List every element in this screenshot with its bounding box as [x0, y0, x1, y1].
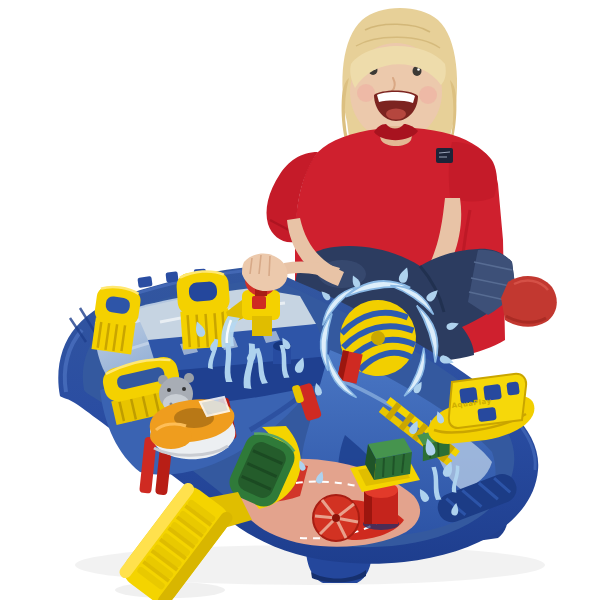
green-container-on-platform	[365, 438, 412, 480]
product-photo: AquaPlay	[0, 0, 600, 600]
water-turbine	[313, 495, 359, 541]
boat-bow-dome	[150, 423, 192, 449]
cheek-left	[357, 84, 375, 102]
scene-canvas: AquaPlay	[0, 0, 600, 600]
red-sock	[501, 276, 557, 327]
cheek-right	[419, 86, 437, 104]
sleeve-label	[436, 148, 453, 163]
